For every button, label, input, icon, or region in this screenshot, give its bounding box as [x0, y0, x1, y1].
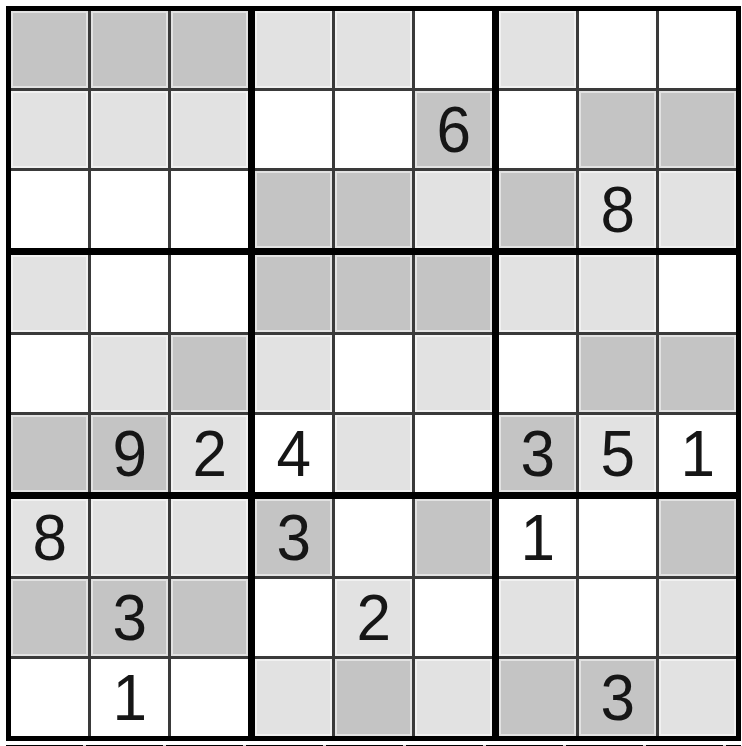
cell-r3c6[interactable]: [415, 171, 492, 248]
given-digit: 1: [520, 506, 555, 570]
cell-r4c6[interactable]: [415, 255, 492, 332]
given-digit: 8: [600, 178, 635, 242]
cell-r1c9[interactable]: [659, 11, 736, 88]
cell-r4c3[interactable]: [171, 255, 248, 332]
sudoku-board: 689243518313213: [6, 6, 741, 741]
cell-r7c3[interactable]: [171, 499, 248, 576]
cell-r7c4[interactable]: 3: [255, 499, 332, 576]
cell-r1c2[interactable]: [91, 11, 168, 88]
cell-r6c9[interactable]: 1: [659, 415, 736, 492]
cell-r7c2[interactable]: [91, 499, 168, 576]
cell-r7c8[interactable]: [579, 499, 656, 576]
cell-r5c7[interactable]: [499, 335, 576, 412]
cell-r7c1[interactable]: 8: [11, 499, 88, 576]
cell-r7c9[interactable]: [659, 499, 736, 576]
cell-r9c1[interactable]: [11, 659, 88, 736]
cell-r6c6[interactable]: [415, 415, 492, 492]
cell-r9c4[interactable]: [255, 659, 332, 736]
cell-r1c8[interactable]: [579, 11, 656, 88]
sudoku-box-7: 831: [11, 499, 248, 736]
sudoku-box-9: 13: [499, 499, 736, 736]
cell-r8c9[interactable]: [659, 579, 736, 656]
given-digit: 2: [356, 586, 391, 650]
cell-r4c8[interactable]: [579, 255, 656, 332]
cell-r8c1[interactable]: [11, 579, 88, 656]
cell-r7c6[interactable]: [415, 499, 492, 576]
cell-r6c1[interactable]: [11, 415, 88, 492]
cell-r9c8[interactable]: 3: [579, 659, 656, 736]
cell-r9c3[interactable]: [171, 659, 248, 736]
cell-r7c7[interactable]: 1: [499, 499, 576, 576]
cell-r8c8[interactable]: [579, 579, 656, 656]
cell-r4c5[interactable]: [335, 255, 412, 332]
cell-r1c7[interactable]: [499, 11, 576, 88]
cell-r3c3[interactable]: [171, 171, 248, 248]
cell-r6c2[interactable]: 9: [91, 415, 168, 492]
cell-r2c7[interactable]: [499, 91, 576, 168]
cell-r9c7[interactable]: [499, 659, 576, 736]
cell-r3c9[interactable]: [659, 171, 736, 248]
cell-r2c6[interactable]: 6: [415, 91, 492, 168]
cell-r5c6[interactable]: [415, 335, 492, 412]
cell-r5c1[interactable]: [11, 335, 88, 412]
given-digit: 1: [680, 422, 715, 486]
cell-r8c3[interactable]: [171, 579, 248, 656]
cell-r3c5[interactable]: [335, 171, 412, 248]
sudoku-page: 689243518313213: [0, 6, 742, 746]
sudoku-box-5: 4: [255, 255, 492, 492]
sudoku-box-8: 32: [255, 499, 492, 736]
cell-r9c5[interactable]: [335, 659, 412, 736]
cell-r1c3[interactable]: [171, 11, 248, 88]
given-digit: 2: [192, 422, 227, 486]
cell-r7c5[interactable]: [335, 499, 412, 576]
cell-r2c2[interactable]: [91, 91, 168, 168]
cell-r6c5[interactable]: [335, 415, 412, 492]
cell-r9c9[interactable]: [659, 659, 736, 736]
cell-r3c8[interactable]: 8: [579, 171, 656, 248]
given-digit: 3: [600, 666, 635, 730]
cell-r6c8[interactable]: 5: [579, 415, 656, 492]
cell-r6c7[interactable]: 3: [499, 415, 576, 492]
cell-r1c4[interactable]: [255, 11, 332, 88]
cell-r3c1[interactable]: [11, 171, 88, 248]
given-digit: 3: [520, 422, 555, 486]
given-digit: 3: [276, 506, 311, 570]
given-digit: 4: [276, 422, 311, 486]
cell-r4c9[interactable]: [659, 255, 736, 332]
cell-r3c2[interactable]: [91, 171, 168, 248]
cell-r1c1[interactable]: [11, 11, 88, 88]
cell-r5c2[interactable]: [91, 335, 168, 412]
cell-r2c1[interactable]: [11, 91, 88, 168]
sudoku-box-1: [11, 11, 248, 248]
cell-r8c2[interactable]: 3: [91, 579, 168, 656]
cell-r5c9[interactable]: [659, 335, 736, 412]
cell-r9c6[interactable]: [415, 659, 492, 736]
cell-r8c7[interactable]: [499, 579, 576, 656]
given-digit: 1: [112, 666, 147, 730]
cell-r3c4[interactable]: [255, 171, 332, 248]
given-digit: 6: [436, 98, 471, 162]
given-digit: 9: [112, 422, 147, 486]
cell-r9c2[interactable]: 1: [91, 659, 168, 736]
cell-r8c5[interactable]: 2: [335, 579, 412, 656]
cell-r3c7[interactable]: [499, 171, 576, 248]
cell-r2c5[interactable]: [335, 91, 412, 168]
cell-r5c3[interactable]: [171, 335, 248, 412]
cell-r4c4[interactable]: [255, 255, 332, 332]
sudoku-box-2: 6: [255, 11, 492, 248]
cell-r5c5[interactable]: [335, 335, 412, 412]
cell-r6c4[interactable]: 4: [255, 415, 332, 492]
cell-r8c4[interactable]: [255, 579, 332, 656]
cell-r4c1[interactable]: [11, 255, 88, 332]
cell-r2c8[interactable]: [579, 91, 656, 168]
cell-r8c6[interactable]: [415, 579, 492, 656]
cell-r2c9[interactable]: [659, 91, 736, 168]
cell-r1c6[interactable]: [415, 11, 492, 88]
cell-r2c4[interactable]: [255, 91, 332, 168]
cell-r1c5[interactable]: [335, 11, 412, 88]
cell-r5c4[interactable]: [255, 335, 332, 412]
given-digit: 5: [600, 422, 635, 486]
given-digit: 8: [32, 506, 67, 570]
cell-r2c3[interactable]: [171, 91, 248, 168]
cell-r6c3[interactable]: 2: [171, 415, 248, 492]
sudoku-box-4: 92: [11, 255, 248, 492]
cell-r4c7[interactable]: [499, 255, 576, 332]
sudoku-box-6: 351: [499, 255, 736, 492]
cell-r5c8[interactable]: [579, 335, 656, 412]
cell-r4c2[interactable]: [91, 255, 168, 332]
given-digit: 3: [112, 586, 147, 650]
sudoku-box-3: 8: [499, 11, 736, 248]
